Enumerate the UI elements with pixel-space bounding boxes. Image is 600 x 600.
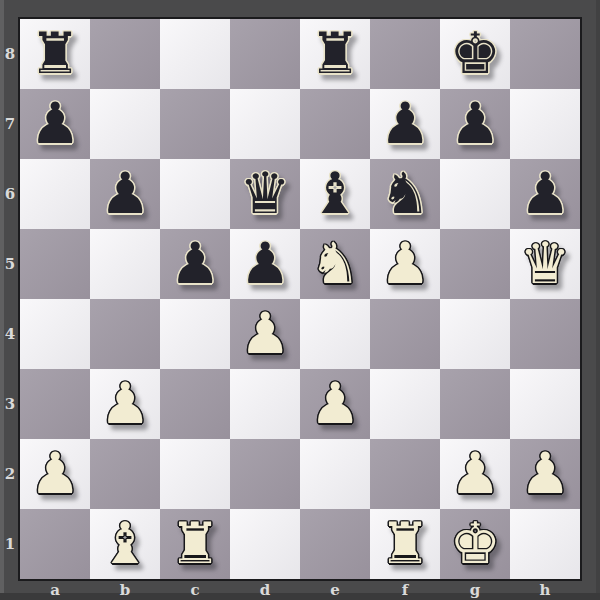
square-b6[interactable]: ♟ [90, 159, 160, 229]
frame-bevel-right [596, 0, 600, 600]
square-e7[interactable] [300, 89, 370, 159]
square-g5[interactable] [440, 229, 510, 299]
square-c2[interactable] [160, 439, 230, 509]
rank-label-1: 1 [0, 509, 20, 579]
square-d2[interactable] [230, 439, 300, 509]
piece-black-pawn[interactable]: ♟ [510, 159, 580, 229]
chessboard-frame: 87654321 abcdefgh ♜♜♚♟♟♟♟♛♝♞♟♟♟♞♟♛♟♟♟♟♟♟… [0, 0, 600, 600]
square-f4[interactable] [370, 299, 440, 369]
piece-black-rook[interactable]: ♜ [20, 19, 90, 89]
square-d3[interactable] [230, 369, 300, 439]
square-f6[interactable]: ♞ [370, 159, 440, 229]
square-b3[interactable]: ♟ [90, 369, 160, 439]
square-c1[interactable]: ♜ [160, 509, 230, 579]
square-e3[interactable]: ♟ [300, 369, 370, 439]
square-b8[interactable] [90, 19, 160, 89]
rank-label-4: 4 [0, 299, 20, 369]
square-c8[interactable] [160, 19, 230, 89]
rank-labels: 87654321 [0, 19, 20, 579]
piece-white-rook[interactable]: ♜ [370, 509, 440, 579]
square-g1[interactable]: ♚ [440, 509, 510, 579]
square-h3[interactable] [510, 369, 580, 439]
piece-black-knight[interactable]: ♞ [370, 159, 440, 229]
piece-white-pawn[interactable]: ♟ [440, 439, 510, 509]
piece-white-pawn[interactable]: ♟ [90, 369, 160, 439]
square-a3[interactable] [20, 369, 90, 439]
square-f7[interactable]: ♟ [370, 89, 440, 159]
piece-black-pawn[interactable]: ♟ [160, 229, 230, 299]
square-c5[interactable]: ♟ [160, 229, 230, 299]
square-f3[interactable] [370, 369, 440, 439]
square-g2[interactable]: ♟ [440, 439, 510, 509]
square-e2[interactable] [300, 439, 370, 509]
square-c6[interactable] [160, 159, 230, 229]
square-b7[interactable] [90, 89, 160, 159]
square-e5[interactable]: ♞ [300, 229, 370, 299]
square-h1[interactable] [510, 509, 580, 579]
square-a1[interactable] [20, 509, 90, 579]
piece-black-bishop[interactable]: ♝ [300, 159, 370, 229]
rank-label-3: 3 [0, 369, 20, 439]
square-h7[interactable] [510, 89, 580, 159]
square-a8[interactable]: ♜ [20, 19, 90, 89]
square-b5[interactable] [90, 229, 160, 299]
square-h2[interactable]: ♟ [510, 439, 580, 509]
chessboard: ♜♜♚♟♟♟♟♛♝♞♟♟♟♞♟♛♟♟♟♟♟♟♝♜♜♚ [20, 19, 580, 579]
square-d8[interactable] [230, 19, 300, 89]
square-f5[interactable]: ♟ [370, 229, 440, 299]
square-a7[interactable]: ♟ [20, 89, 90, 159]
piece-black-pawn[interactable]: ♟ [370, 89, 440, 159]
square-d6[interactable]: ♛ [230, 159, 300, 229]
square-h4[interactable] [510, 299, 580, 369]
square-d1[interactable] [230, 509, 300, 579]
square-b2[interactable] [90, 439, 160, 509]
file-label-b: b [90, 579, 160, 600]
square-b4[interactable] [90, 299, 160, 369]
rank-label-7: 7 [0, 89, 20, 159]
square-e8[interactable]: ♜ [300, 19, 370, 89]
piece-white-pawn[interactable]: ♟ [230, 299, 300, 369]
square-g6[interactable] [440, 159, 510, 229]
square-h5[interactable]: ♛ [510, 229, 580, 299]
square-f1[interactable]: ♜ [370, 509, 440, 579]
piece-black-pawn[interactable]: ♟ [20, 89, 90, 159]
rank-label-5: 5 [0, 229, 20, 299]
rank-label-6: 6 [0, 159, 20, 229]
square-c7[interactable] [160, 89, 230, 159]
square-h8[interactable] [510, 19, 580, 89]
piece-black-pawn[interactable]: ♟ [230, 229, 300, 299]
piece-black-rook[interactable]: ♜ [300, 19, 370, 89]
piece-white-pawn[interactable]: ♟ [20, 439, 90, 509]
rank-label-8: 8 [0, 19, 20, 89]
square-e1[interactable] [300, 509, 370, 579]
piece-black-pawn[interactable]: ♟ [440, 89, 510, 159]
square-d7[interactable] [230, 89, 300, 159]
file-label-g: g [440, 579, 510, 600]
square-e6[interactable]: ♝ [300, 159, 370, 229]
square-a6[interactable] [20, 159, 90, 229]
square-a5[interactable] [20, 229, 90, 299]
piece-white-pawn[interactable]: ♟ [510, 439, 580, 509]
file-label-a: a [20, 579, 90, 600]
square-g4[interactable] [440, 299, 510, 369]
piece-white-pawn[interactable]: ♟ [370, 229, 440, 299]
piece-black-queen[interactable]: ♛ [230, 159, 300, 229]
square-f8[interactable] [370, 19, 440, 89]
piece-white-bishop[interactable]: ♝ [90, 509, 160, 579]
square-a2[interactable]: ♟ [20, 439, 90, 509]
file-label-e: e [300, 579, 370, 600]
square-c4[interactable] [160, 299, 230, 369]
piece-white-rook[interactable]: ♜ [160, 509, 230, 579]
rank-label-2: 2 [0, 439, 20, 509]
square-d5[interactable]: ♟ [230, 229, 300, 299]
square-g7[interactable]: ♟ [440, 89, 510, 159]
file-label-h: h [510, 579, 580, 600]
file-labels: abcdefgh [20, 579, 580, 600]
piece-white-king[interactable]: ♚ [440, 509, 510, 579]
square-g3[interactable] [440, 369, 510, 439]
square-h6[interactable]: ♟ [510, 159, 580, 229]
square-c3[interactable] [160, 369, 230, 439]
square-b1[interactable]: ♝ [90, 509, 160, 579]
square-g8[interactable]: ♚ [440, 19, 510, 89]
piece-black-king[interactable]: ♚ [440, 19, 510, 89]
piece-black-pawn[interactable]: ♟ [90, 159, 160, 229]
piece-white-pawn[interactable]: ♟ [300, 369, 370, 439]
square-f2[interactable] [370, 439, 440, 509]
piece-white-queen[interactable]: ♛ [510, 229, 580, 299]
file-label-f: f [370, 579, 440, 600]
file-label-d: d [230, 579, 300, 600]
file-label-c: c [160, 579, 230, 600]
square-d4[interactable]: ♟ [230, 299, 300, 369]
square-e4[interactable] [300, 299, 370, 369]
piece-white-knight[interactable]: ♞ [300, 229, 370, 299]
square-a4[interactable] [20, 299, 90, 369]
